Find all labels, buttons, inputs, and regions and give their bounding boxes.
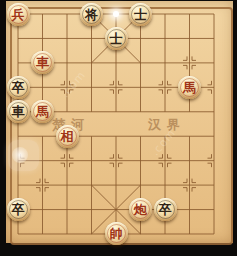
last-move-indicator (113, 11, 119, 17)
piece-glyph: 炮 (134, 203, 147, 216)
piece-glyph: 将 (85, 8, 98, 21)
piece-glyph: 卒 (12, 203, 25, 216)
piece-glyph: 帥 (110, 227, 123, 240)
piece-glyph: 士 (134, 8, 147, 21)
piece-red-elephant[interactable]: 相 (56, 125, 79, 148)
piece-glyph: 馬 (36, 105, 49, 118)
piece-red-horse[interactable]: 馬 (31, 100, 54, 123)
piece-red-general[interactable]: 帥 (105, 222, 128, 245)
board-grid[interactable]: 兵将士士車卒馬車馬相卒炮卒帥 (6, 2, 227, 246)
xiangqi-board: 楚河 汉界 兵将士士車卒馬車馬相卒炮卒帥 (6, 1, 233, 243)
piece-black-advisor[interactable]: 士 (129, 3, 152, 26)
piece-red-cannon[interactable]: 炮 (129, 198, 152, 221)
piece-glyph: 馬 (183, 81, 196, 94)
piece-glyph: 車 (12, 105, 25, 118)
glow-circle-icon (12, 147, 28, 163)
piece-red-soldier[interactable]: 兵 (7, 3, 30, 26)
piece-black-soldier[interactable]: 卒 (7, 198, 30, 221)
piece-black-soldier[interactable]: 卒 (154, 198, 177, 221)
piece-black-general[interactable]: 将 (80, 3, 103, 26)
piece-black-chariot[interactable]: 車 (7, 100, 30, 123)
piece-glyph: 車 (36, 56, 49, 69)
piece-black-advisor[interactable]: 士 (105, 27, 128, 50)
piece-glyph: 卒 (159, 203, 172, 216)
piece-glyph: 士 (110, 32, 123, 45)
app-screen: 楚河 汉界 兵将士士車卒馬車馬相卒炮卒帥 .com .com (0, 0, 237, 256)
floating-hint-button[interactable] (8, 140, 39, 171)
piece-red-horse[interactable]: 馬 (178, 76, 201, 99)
piece-red-chariot[interactable]: 車 (31, 51, 54, 74)
piece-glyph: 卒 (12, 81, 25, 94)
piece-glyph: 相 (61, 130, 74, 143)
piece-black-soldier[interactable]: 卒 (7, 76, 30, 99)
piece-glyph: 兵 (12, 8, 25, 21)
